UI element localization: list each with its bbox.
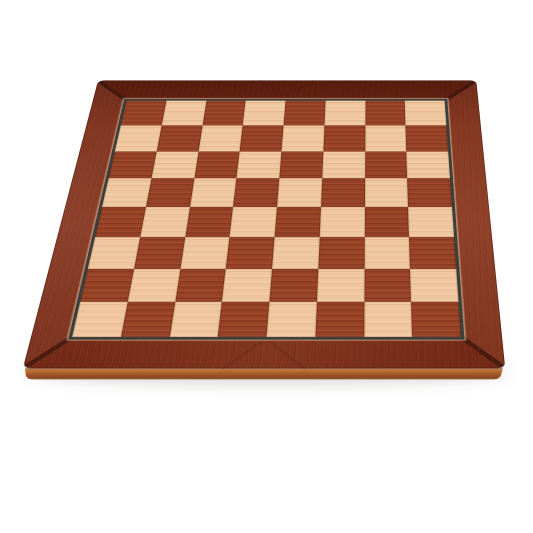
square-h7[interactable] (406, 125, 448, 151)
square-b5[interactable] (146, 178, 194, 207)
square-f3[interactable] (318, 237, 364, 269)
square-g1[interactable] (364, 302, 413, 337)
board-front-edge (25, 368, 503, 379)
square-d1[interactable] (218, 302, 269, 337)
square-e4[interactable] (275, 207, 321, 237)
board-inlay-border (68, 99, 464, 340)
square-b1[interactable] (121, 302, 175, 337)
square-b7[interactable] (156, 125, 202, 151)
frame-miter-seam-bottom (220, 340, 310, 369)
square-e7[interactable] (281, 125, 324, 151)
square-c4[interactable] (185, 207, 233, 237)
square-g7[interactable] (365, 125, 407, 151)
square-d2[interactable] (222, 269, 272, 302)
square-f5[interactable] (321, 178, 365, 207)
square-h8[interactable] (405, 101, 446, 126)
square-h3[interactable] (409, 237, 456, 269)
square-c1[interactable] (169, 302, 222, 337)
square-c5[interactable] (190, 178, 237, 207)
square-e2[interactable] (269, 269, 318, 302)
square-b3[interactable] (134, 237, 185, 269)
square-d5[interactable] (233, 178, 279, 207)
square-c7[interactable] (198, 125, 243, 151)
square-b2[interactable] (127, 269, 179, 302)
square-h1[interactable] (411, 302, 461, 337)
square-e5[interactable] (277, 178, 322, 207)
square-f6[interactable] (322, 151, 365, 178)
square-e1[interactable] (267, 302, 317, 337)
square-g3[interactable] (364, 237, 410, 269)
square-g6[interactable] (365, 151, 408, 178)
square-e3[interactable] (272, 237, 319, 269)
square-b8[interactable] (161, 101, 206, 126)
photo-canvas (0, 0, 533, 533)
square-a2[interactable] (80, 269, 134, 302)
square-g5[interactable] (365, 178, 409, 207)
square-h6[interactable] (406, 151, 450, 178)
square-f4[interactable] (319, 207, 364, 237)
square-g2[interactable] (364, 269, 411, 302)
board-grid (72, 101, 461, 338)
square-e6[interactable] (279, 151, 323, 178)
square-a5[interactable] (102, 178, 151, 207)
square-g8[interactable] (365, 101, 406, 126)
frame-miter-seam-top (258, 80, 315, 96)
square-e8[interactable] (284, 101, 326, 126)
square-a8[interactable] (121, 101, 166, 126)
chess-board (23, 80, 505, 368)
square-h2[interactable] (410, 269, 458, 302)
square-c3[interactable] (180, 237, 230, 269)
square-g4[interactable] (364, 207, 409, 237)
square-a4[interactable] (95, 207, 146, 237)
square-b4[interactable] (140, 207, 190, 237)
square-a6[interactable] (109, 151, 157, 178)
square-d4[interactable] (230, 207, 277, 237)
square-c6[interactable] (194, 151, 240, 178)
square-d8[interactable] (243, 101, 286, 126)
square-a3[interactable] (88, 237, 140, 269)
square-c8[interactable] (202, 101, 246, 126)
square-b6[interactable] (151, 151, 198, 178)
square-a1[interactable] (72, 302, 127, 337)
square-h5[interactable] (407, 178, 452, 207)
square-d6[interactable] (237, 151, 282, 178)
square-f7[interactable] (323, 125, 365, 151)
square-d7[interactable] (240, 125, 284, 151)
square-a7[interactable] (115, 125, 162, 151)
square-h4[interactable] (408, 207, 454, 237)
square-f2[interactable] (317, 269, 364, 302)
square-f8[interactable] (324, 101, 365, 126)
board-perspective-wrap (23, 80, 505, 368)
square-d3[interactable] (226, 237, 275, 269)
square-f1[interactable] (315, 302, 364, 337)
square-c2[interactable] (175, 269, 226, 302)
